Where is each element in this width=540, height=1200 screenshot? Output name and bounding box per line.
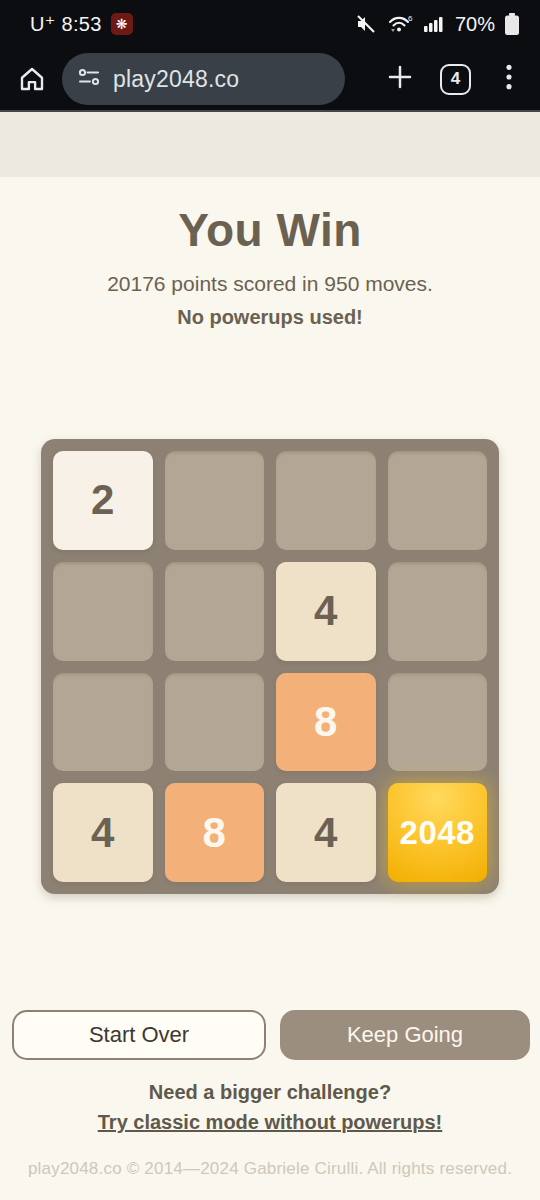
win-title: You Win <box>0 177 540 257</box>
classic-mode-link[interactable]: Try classic mode without powerups! <box>98 1111 443 1134</box>
board-cell <box>276 451 376 550</box>
tile-4: 4 <box>53 783 153 882</box>
toolbar-actions: 4 <box>385 62 522 96</box>
wifi-icon: 6 <box>387 12 414 36</box>
board-cell <box>53 673 153 772</box>
tab-counter[interactable]: 4 <box>440 64 471 95</box>
svg-text:6: 6 <box>408 14 413 23</box>
battery-percent: 70% <box>455 13 495 36</box>
tile-4: 4 <box>276 783 376 882</box>
carrier-time: U⁺ 8:53 <box>30 12 102 36</box>
board-cell <box>388 451 488 550</box>
board-cell <box>165 673 265 772</box>
status-left: U⁺ 8:53 ❋ <box>30 12 133 36</box>
board-cell: 8 <box>276 673 376 772</box>
board-cell <box>388 562 488 661</box>
board-cell: 4 <box>276 562 376 661</box>
url-bar[interactable]: play2048.co <box>62 53 345 105</box>
battery-icon <box>504 12 520 36</box>
tile-8: 8 <box>276 673 376 772</box>
action-buttons: Start Over Keep Going <box>12 1010 530 1060</box>
board-cell <box>165 562 265 661</box>
board-cell <box>388 673 488 772</box>
status-bar: U⁺ 8:53 ❋ 6 70% <box>0 0 540 48</box>
powerups-line: No powerups used! <box>0 306 540 329</box>
status-right: 6 70% <box>354 12 520 36</box>
new-tab-icon[interactable] <box>385 62 415 96</box>
challenge-question: Need a bigger challenge? <box>0 1081 540 1104</box>
board-cell: 2048 <box>388 783 488 882</box>
top-banner-strip <box>0 112 540 177</box>
browser-toolbar: play2048.co 4 <box>0 48 540 112</box>
page-info-icon[interactable] <box>77 66 102 92</box>
copyright-text: play2048.co © 2014—2024 Gabriele Cirulli… <box>0 1159 540 1179</box>
board-cell <box>53 562 153 661</box>
win-screen: You Win 20176 points scored in 950 moves… <box>0 177 540 1200</box>
board-grid: 2484842048 <box>41 439 499 894</box>
mute-icon <box>354 12 378 36</box>
tile-2048: 2048 <box>388 783 488 882</box>
home-button[interactable] <box>16 63 48 95</box>
board-cell: 8 <box>165 783 265 882</box>
score-line: 20176 points scored in 950 moves. <box>0 272 540 296</box>
board-cell: 4 <box>276 783 376 882</box>
notification-icon: ❋ <box>111 13 133 35</box>
board-cell: 4 <box>53 783 153 882</box>
start-over-button[interactable]: Start Over <box>12 1010 266 1060</box>
url-text[interactable]: play2048.co <box>113 66 239 93</box>
keep-going-button[interactable]: Keep Going <box>280 1010 530 1060</box>
tile-2: 2 <box>53 451 153 550</box>
tile-4: 4 <box>276 562 376 661</box>
signal-icon <box>423 13 446 35</box>
tile-8: 8 <box>165 783 265 882</box>
menu-kebab-icon[interactable] <box>496 62 522 96</box>
board-cell <box>165 451 265 550</box>
board-cell: 2 <box>53 451 153 550</box>
